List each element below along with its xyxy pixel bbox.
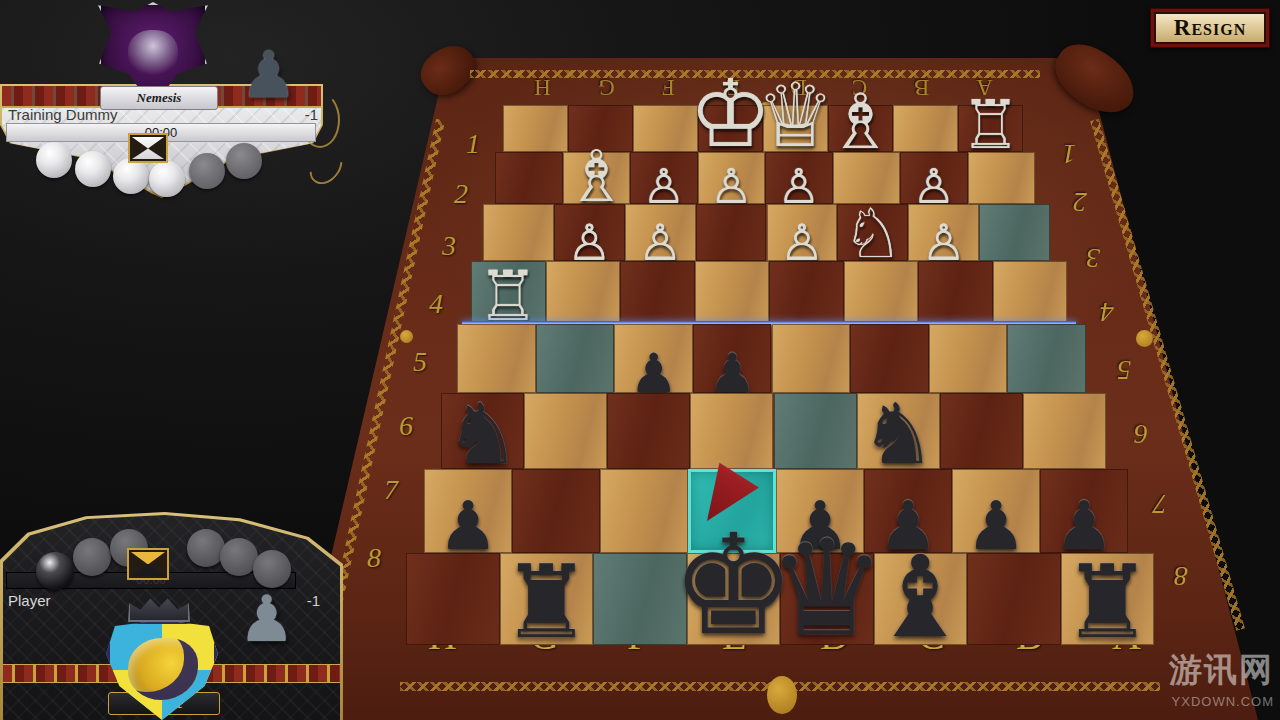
top-hourglass-icon bbox=[128, 133, 168, 163]
square-h8[interactable] bbox=[406, 553, 500, 645]
square-b8[interactable] bbox=[967, 553, 1061, 645]
top-stone-4-lit bbox=[149, 161, 185, 197]
rank-label-left-4: 4 bbox=[429, 288, 443, 320]
top-army-name: Nemesis bbox=[137, 90, 182, 105]
rank-row-4: ♖ bbox=[471, 261, 1067, 324]
piece-black-rook-g8[interactable]: ♜ bbox=[501, 555, 592, 651]
rank-label-right-2: 2 bbox=[1073, 186, 1087, 218]
square-b2[interactable]: ♙ bbox=[900, 152, 968, 204]
square-b4[interactable] bbox=[918, 261, 993, 324]
square-g3[interactable]: ♙ bbox=[554, 204, 625, 261]
square-h2[interactable] bbox=[495, 152, 563, 204]
square-e2[interactable]: ♙ bbox=[698, 152, 766, 204]
border-gold-dot bbox=[1136, 330, 1153, 347]
square-h5[interactable] bbox=[457, 324, 536, 393]
rank-label-left-6: 6 bbox=[399, 410, 413, 442]
piece-white-pawn-g3[interactable]: ♙ bbox=[567, 220, 612, 268]
rank-label-right-1: 1 bbox=[1062, 138, 1076, 170]
square-d4[interactable] bbox=[769, 261, 844, 324]
game-screen: ♔♕♗♖♗♙♙♙♙♙♙♙♘♙♖♟♟♞♞♟♟♟♟♟♜♚♛♝♜ HH11GG22FF… bbox=[0, 0, 1280, 720]
square-a5[interactable] bbox=[1007, 324, 1086, 393]
piece-white-bishop-c1[interactable]: ♗ bbox=[826, 86, 894, 158]
rank-label-left-1: 1 bbox=[466, 128, 480, 160]
nemesis-crest-face-icon bbox=[128, 30, 178, 76]
top-player-score: -1 bbox=[284, 106, 318, 123]
square-b6[interactable] bbox=[940, 393, 1023, 469]
bottom-stone-6-spent bbox=[253, 550, 291, 588]
square-e8[interactable]: ♚ bbox=[687, 553, 781, 645]
piece-white-bishop-g2[interactable]: ♗ bbox=[564, 143, 628, 210]
piece-black-pawn-h7[interactable]: ♟ bbox=[438, 495, 498, 559]
square-d6[interactable] bbox=[774, 393, 857, 469]
rank-label-left-2: 2 bbox=[454, 178, 468, 210]
square-c5[interactable] bbox=[850, 324, 929, 393]
file-label-far-h: H bbox=[534, 74, 551, 100]
square-a7[interactable]: ♟ bbox=[1040, 469, 1128, 553]
square-a6[interactable] bbox=[1023, 393, 1106, 469]
square-f2[interactable]: ♙ bbox=[630, 152, 698, 204]
square-d2[interactable]: ♙ bbox=[765, 152, 833, 204]
square-h7[interactable]: ♟ bbox=[424, 469, 512, 553]
square-b3[interactable]: ♙ bbox=[908, 204, 979, 261]
square-f5[interactable]: ♟ bbox=[614, 324, 693, 393]
top-panel-flourish-2 bbox=[303, 143, 349, 190]
square-g5[interactable] bbox=[536, 324, 615, 393]
rank-label-right-5: 5 bbox=[1117, 354, 1131, 386]
rank-row-5: ♟♟ bbox=[457, 324, 1086, 393]
top-stone-5-spent bbox=[189, 153, 225, 189]
piece-white-knight-c3[interactable]: ♘ bbox=[842, 202, 903, 267]
square-e3[interactable] bbox=[696, 204, 767, 261]
border-gold-dot bbox=[400, 330, 413, 343]
piece-black-pawn-e5[interactable]: ♟ bbox=[708, 348, 756, 399]
square-h6[interactable]: ♞ bbox=[441, 393, 524, 469]
piece-white-queen-d1[interactable]: ♕ bbox=[756, 74, 835, 158]
bottom-player-name: Player bbox=[8, 592, 208, 609]
piece-white-rook-a1[interactable]: ♖ bbox=[960, 94, 1020, 158]
square-e6[interactable] bbox=[690, 393, 773, 469]
piece-white-pawn-b3[interactable]: ♙ bbox=[921, 220, 966, 268]
piece-black-pawn-b7[interactable]: ♟ bbox=[966, 495, 1026, 559]
square-a2[interactable] bbox=[968, 152, 1036, 204]
resign-button[interactable]: Resign bbox=[1150, 8, 1270, 48]
piece-white-pawn-d3[interactable]: ♙ bbox=[780, 220, 825, 268]
square-d3[interactable]: ♙ bbox=[767, 204, 838, 261]
square-f4[interactable] bbox=[620, 261, 695, 324]
square-h1[interactable] bbox=[503, 105, 568, 152]
piece-black-queen-d8[interactable]: ♛ bbox=[768, 526, 886, 651]
square-d5[interactable] bbox=[772, 324, 851, 393]
square-c1[interactable]: ♗ bbox=[828, 105, 893, 152]
square-g2[interactable]: ♗ bbox=[563, 152, 631, 204]
square-g4[interactable] bbox=[546, 261, 621, 324]
top-player-name: Training Dummy bbox=[8, 106, 208, 123]
square-f6[interactable] bbox=[607, 393, 690, 469]
bottom-stone-2-spent bbox=[73, 538, 111, 576]
square-a3[interactable] bbox=[979, 204, 1050, 261]
bottom-player-score: -1 bbox=[286, 592, 320, 609]
square-a8[interactable]: ♜ bbox=[1061, 553, 1155, 645]
top-stone-1-lit bbox=[36, 142, 72, 178]
piece-black-pawn-f5[interactable]: ♟ bbox=[629, 348, 677, 399]
rank-row-3: ♙♙♙♘♙ bbox=[483, 204, 1050, 261]
bottom-stone-1-lit bbox=[36, 552, 74, 590]
square-a1[interactable]: ♖ bbox=[958, 105, 1023, 152]
square-c3[interactable]: ♘ bbox=[837, 204, 908, 261]
rank-label-left-8: 8 bbox=[367, 542, 381, 574]
rank-label-right-6: 6 bbox=[1134, 418, 1148, 450]
square-d8[interactable]: ♛ bbox=[780, 553, 874, 645]
square-a4[interactable] bbox=[993, 261, 1068, 324]
square-h4[interactable]: ♖ bbox=[471, 261, 546, 324]
rank-label-left-5: 5 bbox=[413, 346, 427, 378]
rank-label-right-3: 3 bbox=[1086, 242, 1100, 274]
square-e1[interactable]: ♔ bbox=[698, 105, 763, 152]
piece-black-knight-h6[interactable]: ♞ bbox=[445, 395, 520, 475]
square-g7[interactable] bbox=[512, 469, 600, 553]
top-stone-6-spent bbox=[226, 143, 262, 179]
file-label-far-b: B bbox=[914, 74, 929, 100]
square-g8[interactable]: ♜ bbox=[500, 553, 594, 645]
piece-white-pawn-f3[interactable]: ♙ bbox=[638, 220, 683, 268]
rank-label-right-7: 7 bbox=[1153, 488, 1167, 520]
square-e4[interactable] bbox=[695, 261, 770, 324]
top-stone-2-lit bbox=[75, 151, 111, 187]
square-c4[interactable] bbox=[844, 261, 919, 324]
file-label-far-f: F bbox=[662, 74, 675, 100]
square-f3[interactable]: ♙ bbox=[625, 204, 696, 261]
border-gold-dot bbox=[767, 676, 797, 714]
rank-row-2: ♗♙♙♙♙ bbox=[495, 152, 1035, 204]
rank-row-8: ♜♚♛♝♜ bbox=[406, 553, 1154, 645]
watermark-site-name: 游讯网 bbox=[1169, 648, 1274, 693]
bottom-stone-4-spent bbox=[187, 529, 225, 567]
square-b1[interactable] bbox=[893, 105, 958, 152]
file-label-far-g: G bbox=[598, 74, 615, 100]
square-c6[interactable]: ♞ bbox=[857, 393, 940, 469]
rank-label-right-4: 4 bbox=[1100, 296, 1114, 328]
square-h3[interactable] bbox=[483, 204, 554, 261]
piece-black-bishop-c8[interactable]: ♝ bbox=[870, 544, 971, 651]
top-stone-3-lit bbox=[113, 158, 149, 194]
rank-row-6: ♞♞ bbox=[441, 393, 1106, 469]
bottom-hourglass-icon bbox=[127, 548, 169, 580]
resign-label: Resign bbox=[1174, 15, 1246, 41]
top-player-pawn-icon: ♟ bbox=[240, 38, 297, 112]
square-e5[interactable]: ♟ bbox=[693, 324, 772, 393]
rank-label-right-8: 8 bbox=[1174, 560, 1188, 592]
square-c8[interactable]: ♝ bbox=[874, 553, 968, 645]
piece-black-knight-c6[interactable]: ♞ bbox=[860, 395, 935, 475]
square-b5[interactable] bbox=[929, 324, 1008, 393]
rank-label-left-7: 7 bbox=[384, 474, 398, 506]
watermark-site-url: YXDOWN.COM bbox=[1172, 694, 1274, 709]
piece-black-rook-a8[interactable]: ♜ bbox=[1062, 555, 1153, 651]
square-g6[interactable] bbox=[524, 393, 607, 469]
square-d1[interactable]: ♕ bbox=[763, 105, 828, 152]
rank-label-left-3: 3 bbox=[442, 230, 456, 262]
